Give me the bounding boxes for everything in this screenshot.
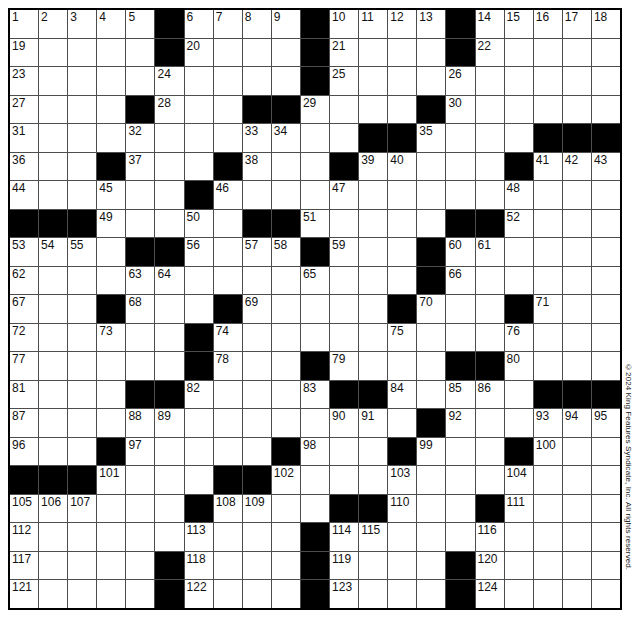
- grid-cell-r21c14[interactable]: [388, 580, 416, 608]
- grid-cell-r11c10[interactable]: [272, 295, 300, 323]
- grid-cell-r12c14[interactable]: 75: [388, 324, 416, 352]
- grid-cell-r4c21[interactable]: [592, 96, 620, 124]
- grid-cell-r7c17[interactable]: [476, 181, 504, 209]
- grid-cell-r10c6[interactable]: 64: [155, 267, 183, 295]
- grid-cell-r3c3[interactable]: [68, 67, 96, 95]
- grid-cell-r2c1[interactable]: 19: [10, 39, 38, 67]
- grid-cell-r8c8[interactable]: [214, 210, 242, 238]
- grid-cell-r14c1[interactable]: 81: [10, 381, 38, 409]
- grid-cell-r5c4[interactable]: [97, 124, 125, 152]
- grid-cell-r3c21[interactable]: [592, 67, 620, 95]
- grid-cell-r3c17[interactable]: [476, 67, 504, 95]
- grid-cell-r12c11[interactable]: [301, 324, 329, 352]
- grid-cell-r16c7[interactable]: [185, 438, 213, 466]
- grid-cell-r16c12[interactable]: [330, 438, 358, 466]
- grid-cell-r15c11[interactable]: [301, 409, 329, 437]
- grid-cell-r6c9[interactable]: 38: [243, 153, 271, 181]
- grid-cell-r20c18[interactable]: [505, 552, 533, 580]
- grid-cell-r10c7[interactable]: [185, 267, 213, 295]
- grid-cell-r17c15[interactable]: [417, 466, 445, 494]
- grid-cell-r11c20[interactable]: [563, 295, 591, 323]
- grid-cell-r3c15[interactable]: [417, 67, 445, 95]
- grid-cell-r12c8[interactable]: 74: [214, 324, 242, 352]
- grid-cell-r5c8[interactable]: [214, 124, 242, 152]
- grid-cell-r8c11[interactable]: 51: [301, 210, 329, 238]
- grid-cell-r15c8[interactable]: [214, 409, 242, 437]
- grid-cell-r19c1[interactable]: 112: [10, 523, 38, 551]
- grid-cell-r1c7[interactable]: 6: [185, 10, 213, 38]
- grid-cell-r16c20[interactable]: [563, 438, 591, 466]
- grid-cell-r2c3[interactable]: [68, 39, 96, 67]
- grid-cell-r4c14[interactable]: [388, 96, 416, 124]
- grid-cell-r13c3[interactable]: [68, 352, 96, 380]
- grid-cell-r5c16[interactable]: [446, 124, 474, 152]
- grid-cell-r4c11[interactable]: 29: [301, 96, 329, 124]
- grid-cell-r2c19[interactable]: [534, 39, 562, 67]
- grid-cell-r9c3[interactable]: 55: [68, 238, 96, 266]
- grid-cell-r5c1[interactable]: 31: [10, 124, 38, 152]
- grid-cell-r15c4[interactable]: [97, 409, 125, 437]
- grid-cell-r7c3[interactable]: [68, 181, 96, 209]
- grid-cell-r13c10[interactable]: [272, 352, 300, 380]
- grid-cell-r2c12[interactable]: 21: [330, 39, 358, 67]
- grid-cell-r19c13[interactable]: 115: [359, 523, 387, 551]
- grid-cell-r3c16[interactable]: 26: [446, 67, 474, 95]
- grid-cell-r16c11[interactable]: 98: [301, 438, 329, 466]
- grid-cell-r5c12[interactable]: [330, 124, 358, 152]
- grid-cell-r7c1[interactable]: 44: [10, 181, 38, 209]
- grid-cell-r10c13[interactable]: [359, 267, 387, 295]
- grid-cell-r8c14[interactable]: [388, 210, 416, 238]
- grid-cell-r1c4[interactable]: 4: [97, 10, 125, 38]
- grid-cell-r11c17[interactable]: [476, 295, 504, 323]
- grid-cell-r9c2[interactable]: 54: [39, 238, 67, 266]
- grid-cell-r20c20[interactable]: [563, 552, 591, 580]
- grid-cell-r13c14[interactable]: [388, 352, 416, 380]
- grid-cell-r7c16[interactable]: [446, 181, 474, 209]
- grid-cell-r18c8[interactable]: 108: [214, 495, 242, 523]
- grid-cell-r3c8[interactable]: [214, 67, 242, 95]
- grid-cell-r10c9[interactable]: [243, 267, 271, 295]
- grid-cell-r8c5[interactable]: [126, 210, 154, 238]
- grid-cell-r4c6[interactable]: 28: [155, 96, 183, 124]
- grid-cell-r3c4[interactable]: [97, 67, 125, 95]
- grid-cell-r19c6[interactable]: [155, 523, 183, 551]
- grid-cell-r8c7[interactable]: 50: [185, 210, 213, 238]
- grid-cell-r16c9[interactable]: [243, 438, 271, 466]
- grid-cell-r5c10[interactable]: 34: [272, 124, 300, 152]
- grid-cell-r2c14[interactable]: [388, 39, 416, 67]
- grid-cell-r21c2[interactable]: [39, 580, 67, 608]
- grid-cell-r5c6[interactable]: [155, 124, 183, 152]
- grid-cell-r9c14[interactable]: [388, 238, 416, 266]
- grid-cell-r1c10[interactable]: 9: [272, 10, 300, 38]
- grid-cell-r10c2[interactable]: [39, 267, 67, 295]
- grid-cell-r21c9[interactable]: [243, 580, 271, 608]
- grid-cell-r20c1[interactable]: 117: [10, 552, 38, 580]
- grid-cell-r8c6[interactable]: [155, 210, 183, 238]
- grid-cell-r1c18[interactable]: 15: [505, 10, 533, 38]
- grid-cell-r18c2[interactable]: 106: [39, 495, 67, 523]
- grid-cell-r10c19[interactable]: [534, 267, 562, 295]
- grid-cell-r9c8[interactable]: [214, 238, 242, 266]
- grid-cell-r7c5[interactable]: [126, 181, 154, 209]
- grid-cell-r17c10[interactable]: 102: [272, 466, 300, 494]
- grid-cell-r7c10[interactable]: [272, 181, 300, 209]
- grid-cell-r12c18[interactable]: 76: [505, 324, 533, 352]
- grid-cell-r15c21[interactable]: 95: [592, 409, 620, 437]
- grid-cell-r20c7[interactable]: 118: [185, 552, 213, 580]
- grid-cell-r13c15[interactable]: [417, 352, 445, 380]
- grid-cell-r18c4[interactable]: [97, 495, 125, 523]
- grid-cell-r8c15[interactable]: [417, 210, 445, 238]
- grid-cell-r3c20[interactable]: [563, 67, 591, 95]
- grid-cell-r6c7[interactable]: [185, 153, 213, 181]
- grid-cell-r2c7[interactable]: 20: [185, 39, 213, 67]
- grid-cell-r18c3[interactable]: 107: [68, 495, 96, 523]
- grid-cell-r15c9[interactable]: [243, 409, 271, 437]
- grid-cell-r21c5[interactable]: [126, 580, 154, 608]
- grid-cell-r10c10[interactable]: [272, 267, 300, 295]
- grid-cell-r17c19[interactable]: [534, 466, 562, 494]
- grid-cell-r20c3[interactable]: [68, 552, 96, 580]
- grid-cell-r15c7[interactable]: [185, 409, 213, 437]
- grid-cell-r12c2[interactable]: [39, 324, 67, 352]
- grid-cell-r14c16[interactable]: 85: [446, 381, 474, 409]
- grid-cell-r13c1[interactable]: 77: [10, 352, 38, 380]
- grid-cell-r16c2[interactable]: [39, 438, 67, 466]
- grid-cell-r18c9[interactable]: 109: [243, 495, 271, 523]
- grid-cell-r6c1[interactable]: 36: [10, 153, 38, 181]
- grid-cell-r19c16[interactable]: [446, 523, 474, 551]
- grid-cell-r12c3[interactable]: [68, 324, 96, 352]
- grid-cell-r20c2[interactable]: [39, 552, 67, 580]
- grid-cell-r4c4[interactable]: [97, 96, 125, 124]
- grid-cell-r1c3[interactable]: 3: [68, 10, 96, 38]
- grid-cell-r14c17[interactable]: 86: [476, 381, 504, 409]
- grid-cell-r12c15[interactable]: [417, 324, 445, 352]
- grid-cell-r6c14[interactable]: 40: [388, 153, 416, 181]
- grid-cell-r18c20[interactable]: [563, 495, 591, 523]
- grid-cell-r9c12[interactable]: 59: [330, 238, 358, 266]
- grid-cell-r20c5[interactable]: [126, 552, 154, 580]
- grid-cell-r13c20[interactable]: [563, 352, 591, 380]
- grid-cell-r12c21[interactable]: [592, 324, 620, 352]
- grid-cell-r21c1[interactable]: 121: [10, 580, 38, 608]
- grid-cell-r1c20[interactable]: 17: [563, 10, 591, 38]
- grid-cell-r15c3[interactable]: [68, 409, 96, 437]
- grid-cell-r17c14[interactable]: 103: [388, 466, 416, 494]
- grid-cell-r11c5[interactable]: 68: [126, 295, 154, 323]
- grid-cell-r19c2[interactable]: [39, 523, 67, 551]
- grid-cell-r15c18[interactable]: [505, 409, 533, 437]
- grid-cell-r12c10[interactable]: [272, 324, 300, 352]
- grid-cell-r2c17[interactable]: 22: [476, 39, 504, 67]
- grid-cell-r16c5[interactable]: 97: [126, 438, 154, 466]
- grid-cell-r13c2[interactable]: [39, 352, 67, 380]
- grid-cell-r13c8[interactable]: 78: [214, 352, 242, 380]
- grid-cell-r18c1[interactable]: 105: [10, 495, 38, 523]
- grid-cell-r6c16[interactable]: [446, 153, 474, 181]
- grid-cell-r4c17[interactable]: [476, 96, 504, 124]
- grid-cell-r17c5[interactable]: [126, 466, 154, 494]
- grid-cell-r3c18[interactable]: [505, 67, 533, 95]
- grid-cell-r17c7[interactable]: [185, 466, 213, 494]
- grid-cell-r11c21[interactable]: [592, 295, 620, 323]
- grid-cell-r5c17[interactable]: [476, 124, 504, 152]
- grid-cell-r19c18[interactable]: [505, 523, 533, 551]
- grid-cell-r11c13[interactable]: [359, 295, 387, 323]
- grid-cell-r10c8[interactable]: [214, 267, 242, 295]
- grid-cell-r12c20[interactable]: [563, 324, 591, 352]
- grid-cell-r1c8[interactable]: 7: [214, 10, 242, 38]
- grid-cell-r7c9[interactable]: [243, 181, 271, 209]
- grid-cell-r16c17[interactable]: [476, 438, 504, 466]
- grid-cell-r3c13[interactable]: [359, 67, 387, 95]
- grid-cell-r8c4[interactable]: 49: [97, 210, 125, 238]
- grid-cell-r21c13[interactable]: [359, 580, 387, 608]
- grid-cell-r6c6[interactable]: [155, 153, 183, 181]
- grid-cell-r7c8[interactable]: 46: [214, 181, 242, 209]
- grid-cell-r21c8[interactable]: [214, 580, 242, 608]
- grid-cell-r2c2[interactable]: [39, 39, 67, 67]
- grid-cell-r21c3[interactable]: [68, 580, 96, 608]
- grid-cell-r20c15[interactable]: [417, 552, 445, 580]
- grid-cell-r21c7[interactable]: 122: [185, 580, 213, 608]
- grid-cell-r14c9[interactable]: [243, 381, 271, 409]
- grid-cell-r6c5[interactable]: 37: [126, 153, 154, 181]
- grid-cell-r7c14[interactable]: [388, 181, 416, 209]
- grid-cell-r16c1[interactable]: 96: [10, 438, 38, 466]
- grid-cell-r20c19[interactable]: [534, 552, 562, 580]
- grid-cell-r1c15[interactable]: 13: [417, 10, 445, 38]
- grid-cell-r12c1[interactable]: 72: [10, 324, 38, 352]
- grid-cell-r15c5[interactable]: 88: [126, 409, 154, 437]
- grid-cell-r15c1[interactable]: 87: [10, 409, 38, 437]
- grid-cell-r4c7[interactable]: [185, 96, 213, 124]
- grid-cell-r10c11[interactable]: 65: [301, 267, 329, 295]
- grid-cell-r19c7[interactable]: 113: [185, 523, 213, 551]
- grid-cell-r7c15[interactable]: [417, 181, 445, 209]
- grid-cell-r9c7[interactable]: 56: [185, 238, 213, 266]
- grid-cell-r6c10[interactable]: [272, 153, 300, 181]
- grid-cell-r7c13[interactable]: [359, 181, 387, 209]
- grid-cell-r3c1[interactable]: 23: [10, 67, 38, 95]
- grid-cell-r3c5[interactable]: [126, 67, 154, 95]
- grid-cell-r2c5[interactable]: [126, 39, 154, 67]
- grid-cell-r21c10[interactable]: [272, 580, 300, 608]
- grid-cell-r10c4[interactable]: [97, 267, 125, 295]
- grid-cell-r19c20[interactable]: [563, 523, 591, 551]
- grid-cell-r7c12[interactable]: 47: [330, 181, 358, 209]
- grid-cell-r3c14[interactable]: [388, 67, 416, 95]
- grid-cell-r9c13[interactable]: [359, 238, 387, 266]
- grid-cell-r20c4[interactable]: [97, 552, 125, 580]
- grid-cell-r8c18[interactable]: 52: [505, 210, 533, 238]
- grid-cell-r18c16[interactable]: [446, 495, 474, 523]
- grid-cell-r11c3[interactable]: [68, 295, 96, 323]
- grid-cell-r15c13[interactable]: 91: [359, 409, 387, 437]
- grid-cell-r2c10[interactable]: [272, 39, 300, 67]
- grid-cell-r15c12[interactable]: 90: [330, 409, 358, 437]
- grid-cell-r13c13[interactable]: [359, 352, 387, 380]
- grid-cell-r20c10[interactable]: [272, 552, 300, 580]
- grid-cell-r2c4[interactable]: [97, 39, 125, 67]
- grid-cell-r19c19[interactable]: [534, 523, 562, 551]
- grid-cell-r18c14[interactable]: 110: [388, 495, 416, 523]
- grid-cell-r10c17[interactable]: [476, 267, 504, 295]
- grid-cell-r13c9[interactable]: [243, 352, 271, 380]
- grid-cell-r10c12[interactable]: [330, 267, 358, 295]
- grid-cell-r4c19[interactable]: [534, 96, 562, 124]
- grid-cell-r5c11[interactable]: [301, 124, 329, 152]
- grid-cell-r21c17[interactable]: 124: [476, 580, 504, 608]
- grid-cell-r11c19[interactable]: 71: [534, 295, 562, 323]
- grid-cell-r5c7[interactable]: [185, 124, 213, 152]
- grid-cell-r14c10[interactable]: [272, 381, 300, 409]
- grid-cell-r14c4[interactable]: [97, 381, 125, 409]
- grid-cell-r19c14[interactable]: [388, 523, 416, 551]
- grid-cell-r4c12[interactable]: [330, 96, 358, 124]
- grid-cell-r20c21[interactable]: [592, 552, 620, 580]
- grid-cell-r17c16[interactable]: [446, 466, 474, 494]
- grid-cell-r16c3[interactable]: [68, 438, 96, 466]
- grid-cell-r10c21[interactable]: [592, 267, 620, 295]
- grid-cell-r2c13[interactable]: [359, 39, 387, 67]
- grid-cell-r21c12[interactable]: 123: [330, 580, 358, 608]
- grid-cell-r18c10[interactable]: [272, 495, 300, 523]
- grid-cell-r20c14[interactable]: [388, 552, 416, 580]
- grid-cell-r4c18[interactable]: [505, 96, 533, 124]
- grid-cell-r9c18[interactable]: [505, 238, 533, 266]
- grid-cell-r9c17[interactable]: 61: [476, 238, 504, 266]
- grid-cell-r19c10[interactable]: [272, 523, 300, 551]
- grid-cell-r6c11[interactable]: [301, 153, 329, 181]
- grid-cell-r2c18[interactable]: [505, 39, 533, 67]
- grid-cell-r7c21[interactable]: [592, 181, 620, 209]
- grid-cell-r8c20[interactable]: [563, 210, 591, 238]
- grid-cell-r14c7[interactable]: 82: [185, 381, 213, 409]
- grid-cell-r14c2[interactable]: [39, 381, 67, 409]
- grid-cell-r18c19[interactable]: [534, 495, 562, 523]
- grid-cell-r18c18[interactable]: 111: [505, 495, 533, 523]
- grid-cell-r8c13[interactable]: [359, 210, 387, 238]
- grid-cell-r1c17[interactable]: 14: [476, 10, 504, 38]
- grid-cell-r9c19[interactable]: [534, 238, 562, 266]
- grid-cell-r11c2[interactable]: [39, 295, 67, 323]
- grid-cell-r12c19[interactable]: [534, 324, 562, 352]
- grid-cell-r4c16[interactable]: 30: [446, 96, 474, 124]
- grid-cell-r12c5[interactable]: [126, 324, 154, 352]
- grid-cell-r3c7[interactable]: [185, 67, 213, 95]
- grid-cell-r1c5[interactable]: 5: [126, 10, 154, 38]
- grid-cell-r19c4[interactable]: [97, 523, 125, 551]
- grid-cell-r19c5[interactable]: [126, 523, 154, 551]
- grid-cell-r1c2[interactable]: 2: [39, 10, 67, 38]
- grid-cell-r10c3[interactable]: [68, 267, 96, 295]
- grid-cell-r9c10[interactable]: 58: [272, 238, 300, 266]
- grid-cell-r16c13[interactable]: [359, 438, 387, 466]
- grid-cell-r11c16[interactable]: [446, 295, 474, 323]
- grid-cell-r2c8[interactable]: [214, 39, 242, 67]
- grid-cell-r6c21[interactable]: 43: [592, 153, 620, 181]
- grid-cell-r12c16[interactable]: [446, 324, 474, 352]
- grid-cell-r13c21[interactable]: [592, 352, 620, 380]
- grid-cell-r15c10[interactable]: [272, 409, 300, 437]
- grid-cell-r19c21[interactable]: [592, 523, 620, 551]
- grid-cell-r3c10[interactable]: [272, 67, 300, 95]
- grid-cell-r17c12[interactable]: [330, 466, 358, 494]
- grid-cell-r20c13[interactable]: [359, 552, 387, 580]
- grid-cell-r9c1[interactable]: 53: [10, 238, 38, 266]
- grid-cell-r19c17[interactable]: 116: [476, 523, 504, 551]
- grid-cell-r17c13[interactable]: [359, 466, 387, 494]
- grid-cell-r7c11[interactable]: [301, 181, 329, 209]
- grid-cell-r15c6[interactable]: 89: [155, 409, 183, 437]
- grid-cell-r1c1[interactable]: 1: [10, 10, 38, 38]
- grid-cell-r13c6[interactable]: [155, 352, 183, 380]
- grid-cell-r18c6[interactable]: [155, 495, 183, 523]
- grid-cell-r8c12[interactable]: [330, 210, 358, 238]
- grid-cell-r20c12[interactable]: 119: [330, 552, 358, 580]
- grid-cell-r9c9[interactable]: 57: [243, 238, 271, 266]
- grid-cell-r16c19[interactable]: 100: [534, 438, 562, 466]
- grid-cell-r1c19[interactable]: 16: [534, 10, 562, 38]
- grid-cell-r10c16[interactable]: 66: [446, 267, 474, 295]
- grid-cell-r5c5[interactable]: 32: [126, 124, 154, 152]
- grid-cell-r1c14[interactable]: 12: [388, 10, 416, 38]
- grid-cell-r5c9[interactable]: 33: [243, 124, 271, 152]
- grid-cell-r4c20[interactable]: [563, 96, 591, 124]
- grid-cell-r4c3[interactable]: [68, 96, 96, 124]
- grid-cell-r3c19[interactable]: [534, 67, 562, 95]
- grid-cell-r11c15[interactable]: 70: [417, 295, 445, 323]
- grid-cell-r20c17[interactable]: 120: [476, 552, 504, 580]
- grid-cell-r6c2[interactable]: [39, 153, 67, 181]
- grid-cell-r5c3[interactable]: [68, 124, 96, 152]
- grid-cell-r13c12[interactable]: 79: [330, 352, 358, 380]
- grid-cell-r16c6[interactable]: [155, 438, 183, 466]
- grid-cell-r4c8[interactable]: [214, 96, 242, 124]
- grid-cell-r19c9[interactable]: [243, 523, 271, 551]
- grid-cell-r17c18[interactable]: 104: [505, 466, 533, 494]
- grid-cell-r6c3[interactable]: [68, 153, 96, 181]
- grid-cell-r7c19[interactable]: [534, 181, 562, 209]
- grid-cell-r1c13[interactable]: 11: [359, 10, 387, 38]
- grid-cell-r13c18[interactable]: 80: [505, 352, 533, 380]
- grid-cell-r16c8[interactable]: [214, 438, 242, 466]
- grid-cell-r6c13[interactable]: 39: [359, 153, 387, 181]
- grid-cell-r17c17[interactable]: [476, 466, 504, 494]
- grid-cell-r7c18[interactable]: 48: [505, 181, 533, 209]
- grid-cell-r14c14[interactable]: 84: [388, 381, 416, 409]
- grid-cell-r6c17[interactable]: [476, 153, 504, 181]
- grid-cell-r5c2[interactable]: [39, 124, 67, 152]
- grid-cell-r10c1[interactable]: 62: [10, 267, 38, 295]
- grid-cell-r21c4[interactable]: [97, 580, 125, 608]
- grid-cell-r1c21[interactable]: 18: [592, 10, 620, 38]
- grid-cell-r9c21[interactable]: [592, 238, 620, 266]
- grid-cell-r7c20[interactable]: [563, 181, 591, 209]
- grid-cell-r11c1[interactable]: 67: [10, 295, 38, 323]
- grid-cell-r17c6[interactable]: [155, 466, 183, 494]
- grid-cell-r21c15[interactable]: [417, 580, 445, 608]
- grid-cell-r21c18[interactable]: [505, 580, 533, 608]
- grid-cell-r8c19[interactable]: [534, 210, 562, 238]
- grid-cell-r21c21[interactable]: [592, 580, 620, 608]
- grid-cell-r16c16[interactable]: [446, 438, 474, 466]
- grid-cell-r1c9[interactable]: 8: [243, 10, 271, 38]
